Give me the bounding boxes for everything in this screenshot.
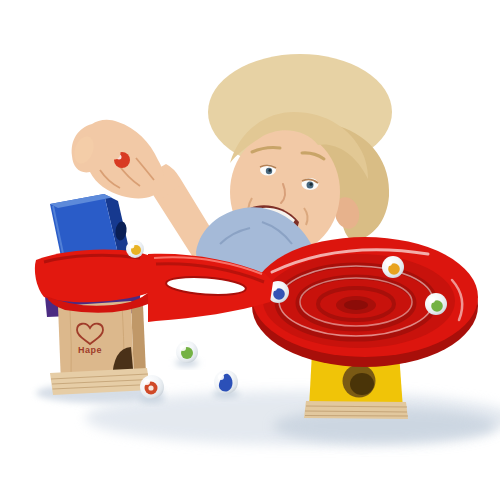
hand (71, 120, 182, 200)
marble-funnel-orange (382, 256, 404, 278)
marble-floor-green (175, 341, 199, 367)
marble-funnel-green (425, 293, 447, 315)
floor-marbles (139, 341, 239, 403)
floor-shadows (36, 383, 500, 445)
product-photo: Hape (0, 0, 500, 500)
marble-floor-red (139, 375, 165, 403)
marble-track-yellow-highlight (130, 244, 135, 249)
marble-track-yellow (126, 240, 144, 258)
eye-right-pupil (310, 183, 313, 186)
marble-funnel-orange-highlight (386, 260, 392, 266)
spiral-funnel (252, 237, 478, 367)
stand-block-hole-inner (350, 373, 374, 395)
funnel-centre-hole (344, 300, 368, 310)
marble-floor-green-highlight (180, 345, 186, 351)
arch-block-wood: Hape (50, 301, 150, 395)
marble-floor-blue (213, 370, 239, 398)
scene-svg: Hape (0, 0, 500, 500)
eye-right (302, 178, 319, 190)
eye-left-pupil (268, 169, 271, 172)
marble-floor-blue-highlight (218, 374, 224, 380)
marble-funnel-green-highlight (429, 297, 435, 303)
marble-floor-red-swirl-core (148, 385, 153, 390)
eye-left (260, 165, 276, 176)
hape-logo-text: Hape (78, 345, 102, 355)
marble-floor-red-highlight (144, 379, 150, 385)
